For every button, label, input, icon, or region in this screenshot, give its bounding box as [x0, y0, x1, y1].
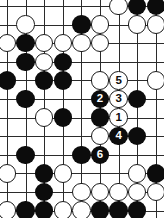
white-stone — [91, 34, 110, 53]
white-stone — [35, 34, 54, 53]
white-stone — [72, 201, 91, 218]
black-stone — [128, 127, 147, 146]
grid-line-horizontal — [0, 80, 164, 81]
white-stone — [0, 201, 16, 218]
white-stone — [54, 201, 73, 218]
black-stone — [147, 0, 164, 15]
white-stone — [128, 164, 147, 183]
white-stone — [91, 71, 110, 90]
black-stone — [54, 71, 73, 90]
move-4-black-stone: 4 — [109, 127, 128, 146]
black-stone — [91, 201, 110, 218]
black-stone — [91, 108, 110, 127]
move-3-white-stone: 3 — [109, 90, 128, 109]
white-stone — [128, 183, 147, 202]
grid-line-horizontal — [0, 118, 164, 119]
white-stone — [109, 0, 128, 15]
move-1-white-stone: 1 — [109, 108, 128, 127]
black-stone — [128, 201, 147, 218]
white-stone — [0, 34, 16, 53]
black-stone — [35, 164, 54, 183]
white-stone — [72, 34, 91, 53]
white-stone — [109, 183, 128, 202]
white-stone — [91, 15, 110, 34]
black-stone — [35, 71, 54, 90]
black-stone — [72, 15, 91, 34]
white-stone — [54, 164, 73, 183]
white-stone — [147, 15, 164, 34]
black-stone — [16, 53, 35, 72]
black-stone — [35, 201, 54, 218]
black-stone — [35, 183, 54, 202]
move-6-black-stone: 6 — [91, 146, 110, 165]
move-2-black-stone: 2 — [91, 90, 110, 109]
white-stone — [35, 53, 54, 72]
white-stone — [147, 71, 164, 90]
black-stone — [16, 201, 35, 218]
black-stone — [128, 90, 147, 109]
white-stone — [91, 183, 110, 202]
go-board-diagram: 523146 — [0, 0, 164, 218]
white-stone — [128, 15, 147, 34]
white-stone — [54, 34, 73, 53]
black-stone — [0, 71, 16, 90]
white-stone — [72, 183, 91, 202]
white-stone — [35, 108, 54, 127]
black-stone — [16, 90, 35, 109]
black-stone — [54, 53, 73, 72]
black-stone — [16, 146, 35, 165]
black-stone — [128, 0, 147, 15]
white-stone — [91, 127, 110, 146]
white-stone — [0, 164, 16, 183]
black-stone — [54, 108, 73, 127]
black-stone — [72, 146, 91, 165]
black-stone — [147, 164, 164, 183]
white-stone — [16, 15, 35, 34]
black-stone — [109, 201, 128, 218]
move-5-white-stone: 5 — [109, 71, 128, 90]
white-stone — [147, 183, 164, 202]
grid-line-vertical — [7, 0, 8, 218]
black-stone — [16, 34, 35, 53]
